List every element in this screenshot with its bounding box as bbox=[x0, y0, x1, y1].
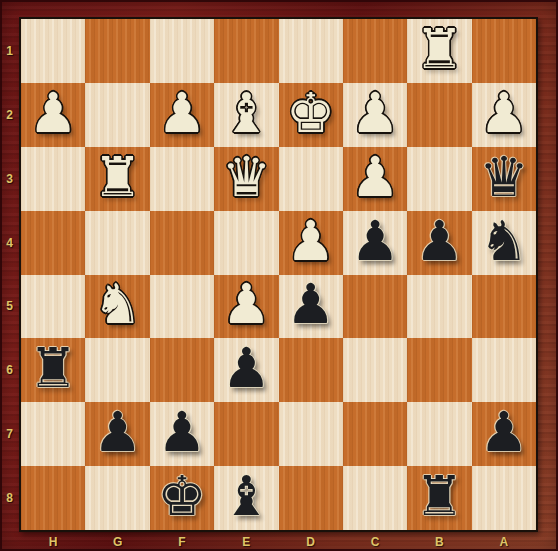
square-c2[interactable]: ♟ bbox=[343, 83, 407, 147]
piece-white-pawn-c2[interactable]: ♟ bbox=[350, 86, 399, 144]
file-labels: HGFEDCBA bbox=[21, 532, 536, 551]
piece-white-pawn-f2[interactable]: ♟ bbox=[157, 86, 206, 144]
square-a4[interactable]: ♞ bbox=[472, 211, 536, 275]
square-h2[interactable]: ♟ bbox=[21, 83, 85, 147]
square-f5[interactable] bbox=[150, 275, 214, 339]
file-label-b: B bbox=[407, 532, 471, 551]
square-b2[interactable] bbox=[407, 83, 471, 147]
rank-label-7: 7 bbox=[0, 402, 19, 466]
piece-white-knight-g5[interactable]: ♞ bbox=[93, 277, 142, 335]
piece-white-bishop-e2[interactable]: ♝ bbox=[222, 86, 271, 144]
piece-black-pawn-a7[interactable]: ♟ bbox=[479, 405, 528, 463]
square-f1[interactable] bbox=[150, 19, 214, 83]
piece-black-bishop-e8[interactable]: ♝ bbox=[222, 469, 271, 527]
file-label-e: E bbox=[214, 532, 278, 551]
square-h8[interactable] bbox=[21, 466, 85, 530]
piece-black-king-f8[interactable]: ♚ bbox=[157, 469, 206, 527]
square-e7[interactable] bbox=[214, 402, 278, 466]
piece-white-pawn-e5[interactable]: ♟ bbox=[222, 277, 271, 335]
square-e5[interactable]: ♟ bbox=[214, 275, 278, 339]
square-e2[interactable]: ♝ bbox=[214, 83, 278, 147]
rank-labels: 12345678 bbox=[0, 19, 19, 530]
piece-white-rook-g3[interactable]: ♜ bbox=[93, 150, 142, 208]
square-c7[interactable] bbox=[343, 402, 407, 466]
square-f4[interactable] bbox=[150, 211, 214, 275]
square-a8[interactable] bbox=[472, 466, 536, 530]
square-a2[interactable]: ♟ bbox=[472, 83, 536, 147]
square-e8[interactable]: ♝ bbox=[214, 466, 278, 530]
square-e6[interactable]: ♟ bbox=[214, 338, 278, 402]
rank-label-3: 3 bbox=[0, 147, 19, 211]
square-e4[interactable] bbox=[214, 211, 278, 275]
square-b6[interactable] bbox=[407, 338, 471, 402]
piece-black-pawn-c4[interactable]: ♟ bbox=[350, 214, 399, 272]
square-b5[interactable] bbox=[407, 275, 471, 339]
rank-label-6: 6 bbox=[0, 338, 19, 402]
square-h5[interactable] bbox=[21, 275, 85, 339]
file-label-g: G bbox=[85, 532, 149, 551]
piece-black-knight-a4[interactable]: ♞ bbox=[479, 214, 528, 272]
square-b7[interactable] bbox=[407, 402, 471, 466]
square-e1[interactable] bbox=[214, 19, 278, 83]
piece-black-pawn-f7[interactable]: ♟ bbox=[157, 405, 206, 463]
rank-label-1: 1 bbox=[0, 19, 19, 83]
square-g8[interactable] bbox=[85, 466, 149, 530]
square-f2[interactable]: ♟ bbox=[150, 83, 214, 147]
square-b8[interactable]: ♜ bbox=[407, 466, 471, 530]
square-d8[interactable] bbox=[279, 466, 343, 530]
square-f6[interactable] bbox=[150, 338, 214, 402]
square-g6[interactable] bbox=[85, 338, 149, 402]
piece-white-king-d2[interactable]: ♚ bbox=[286, 86, 335, 144]
piece-black-pawn-g7[interactable]: ♟ bbox=[93, 405, 142, 463]
square-h3[interactable] bbox=[21, 147, 85, 211]
file-label-c: C bbox=[343, 532, 407, 551]
square-h4[interactable] bbox=[21, 211, 85, 275]
file-label-f: F bbox=[150, 532, 214, 551]
square-h6[interactable]: ♜ bbox=[21, 338, 85, 402]
file-label-d: D bbox=[279, 532, 343, 551]
rank-label-8: 8 bbox=[0, 466, 19, 530]
square-d1[interactable] bbox=[279, 19, 343, 83]
square-g2[interactable] bbox=[85, 83, 149, 147]
square-d6[interactable] bbox=[279, 338, 343, 402]
square-g4[interactable] bbox=[85, 211, 149, 275]
square-f8[interactable]: ♚ bbox=[150, 466, 214, 530]
file-label-h: H bbox=[21, 532, 85, 551]
square-h1[interactable] bbox=[21, 19, 85, 83]
piece-white-pawn-d4[interactable]: ♟ bbox=[286, 214, 335, 272]
file-label-a: A bbox=[472, 532, 536, 551]
square-d4[interactable]: ♟ bbox=[279, 211, 343, 275]
square-f3[interactable] bbox=[150, 147, 214, 211]
square-d3[interactable] bbox=[279, 147, 343, 211]
square-c4[interactable]: ♟ bbox=[343, 211, 407, 275]
square-c8[interactable] bbox=[343, 466, 407, 530]
square-a5[interactable] bbox=[472, 275, 536, 339]
square-e3[interactable]: ♛ bbox=[214, 147, 278, 211]
square-b1[interactable]: ♜ bbox=[407, 19, 471, 83]
piece-black-pawn-e6[interactable]: ♟ bbox=[222, 341, 271, 399]
piece-black-pawn-d5[interactable]: ♟ bbox=[286, 277, 335, 335]
square-c1[interactable] bbox=[343, 19, 407, 83]
square-c6[interactable] bbox=[343, 338, 407, 402]
piece-white-pawn-c3[interactable]: ♟ bbox=[350, 150, 399, 208]
chess-board: ♜♟♟♝♚♟♟♜♛♟♛♟♟♟♞♞♟♟♜♟♟♟♟♚♝♜ bbox=[19, 17, 538, 532]
piece-black-rook-b8[interactable]: ♜ bbox=[415, 469, 464, 527]
square-f7[interactable]: ♟ bbox=[150, 402, 214, 466]
piece-white-pawn-h2[interactable]: ♟ bbox=[29, 86, 78, 144]
piece-white-pawn-a2[interactable]: ♟ bbox=[479, 86, 528, 144]
square-c3[interactable]: ♟ bbox=[343, 147, 407, 211]
square-g5[interactable]: ♞ bbox=[85, 275, 149, 339]
square-b4[interactable]: ♟ bbox=[407, 211, 471, 275]
square-g1[interactable] bbox=[85, 19, 149, 83]
rank-label-5: 5 bbox=[0, 275, 19, 339]
square-c5[interactable] bbox=[343, 275, 407, 339]
square-b3[interactable] bbox=[407, 147, 471, 211]
square-d5[interactable]: ♟ bbox=[279, 275, 343, 339]
square-h7[interactable] bbox=[21, 402, 85, 466]
chess-board-frame: ♜♟♟♝♚♟♟♜♛♟♛♟♟♟♞♞♟♟♜♟♟♟♟♚♝♜ 12345678 HGFE… bbox=[0, 0, 558, 551]
square-a1[interactable] bbox=[472, 19, 536, 83]
piece-white-rook-b1[interactable]: ♜ bbox=[415, 22, 464, 80]
square-d2[interactable]: ♚ bbox=[279, 83, 343, 147]
square-a6[interactable] bbox=[472, 338, 536, 402]
rank-label-4: 4 bbox=[0, 211, 19, 275]
piece-black-queen-a3[interactable]: ♛ bbox=[479, 150, 528, 208]
rank-label-2: 2 bbox=[0, 83, 19, 147]
square-g3[interactable]: ♜ bbox=[85, 147, 149, 211]
piece-white-queen-e3[interactable]: ♛ bbox=[222, 150, 271, 208]
piece-black-pawn-b4[interactable]: ♟ bbox=[415, 214, 464, 272]
square-a3[interactable]: ♛ bbox=[472, 147, 536, 211]
square-d7[interactable] bbox=[279, 402, 343, 466]
square-a7[interactable]: ♟ bbox=[472, 402, 536, 466]
square-g7[interactable]: ♟ bbox=[85, 402, 149, 466]
piece-black-rook-h6[interactable]: ♜ bbox=[29, 341, 78, 399]
